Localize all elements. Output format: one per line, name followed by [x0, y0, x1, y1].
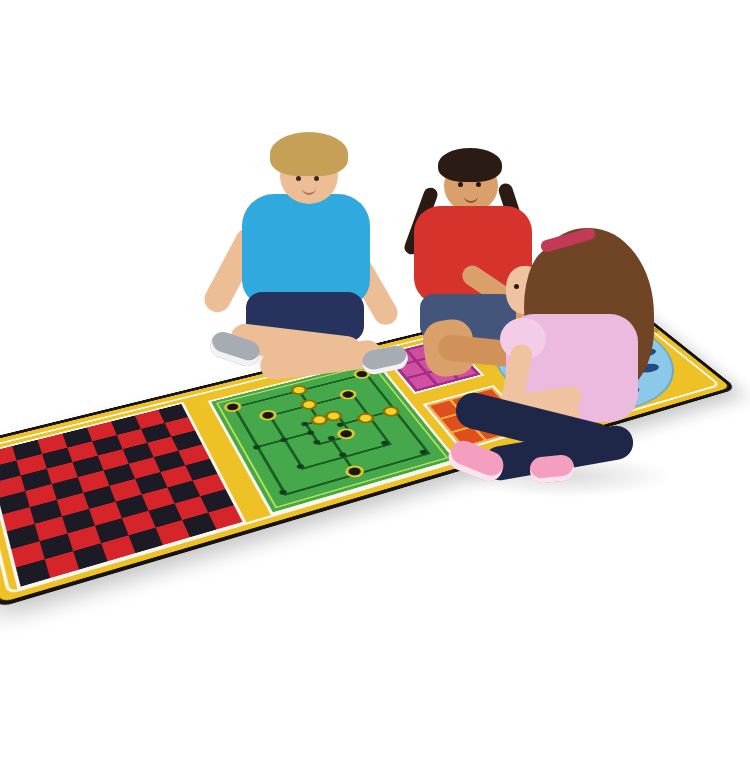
boy-torso-shirt — [242, 194, 370, 306]
girl-red-hair — [438, 148, 502, 182]
scene: Melissa & Doug — [0, 0, 750, 761]
girl-red-eye-right — [476, 182, 481, 187]
boy-eye-left — [296, 176, 301, 181]
boy-eye-right — [314, 176, 319, 181]
girl-red-eye-left — [458, 182, 463, 187]
boy-hair — [270, 132, 348, 176]
girl-pink-eye — [514, 284, 519, 289]
girl-pink-top — [448, 222, 688, 502]
